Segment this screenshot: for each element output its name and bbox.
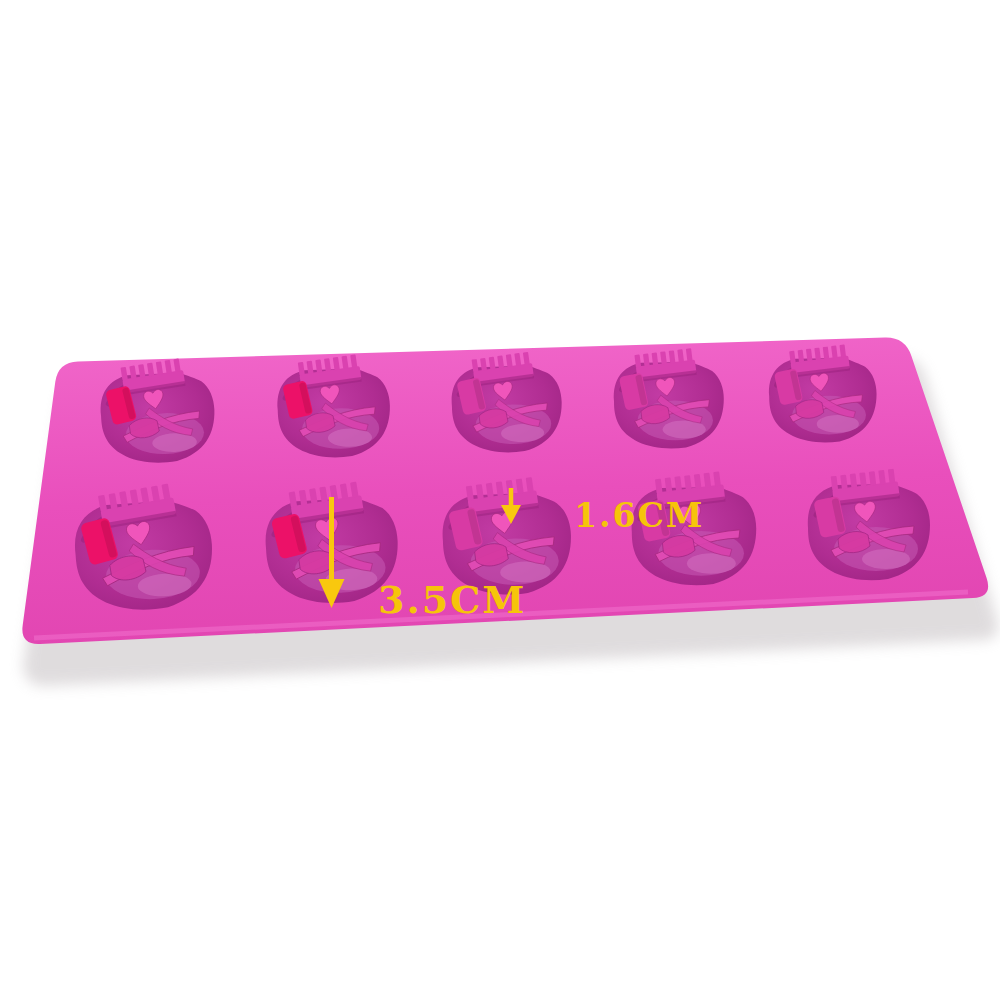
opening-dimension-label: 1.6CM [574, 496, 704, 535]
mold-photo-canvas: 3.5CM 1.6CM [0, 0, 1000, 1000]
product-photo: 3.5CM 1.6CM [0, 0, 1000, 1000]
depth-dimension-label: 3.5CM [378, 577, 526, 622]
